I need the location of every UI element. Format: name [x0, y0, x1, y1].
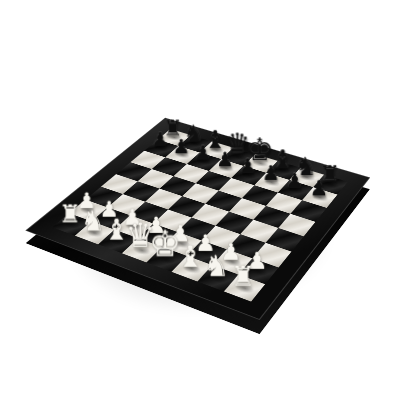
photo-stage: ♜♞♝♛♚♝♞♜♟♟♟♟♟♟♟♟♟♟♟♟♟♟♟♟♜♞♝♛♚♝♞♜	[0, 0, 400, 400]
piece-white-rook-h1: ♜	[220, 263, 266, 290]
piece-black-pawn-h7: ♟	[299, 178, 339, 199]
chess-board: ♜♞♝♛♚♝♞♜♟♟♟♟♟♟♟♟♟♟♟♟♟♟♟♟♜♞♝♛♚♝♞♜	[25, 118, 370, 320]
board-frame: ♜♞♝♛♚♝♞♜♟♟♟♟♟♟♟♟♟♟♟♟♟♟♟♟♜♞♝♛♚♝♞♜	[25, 118, 370, 320]
